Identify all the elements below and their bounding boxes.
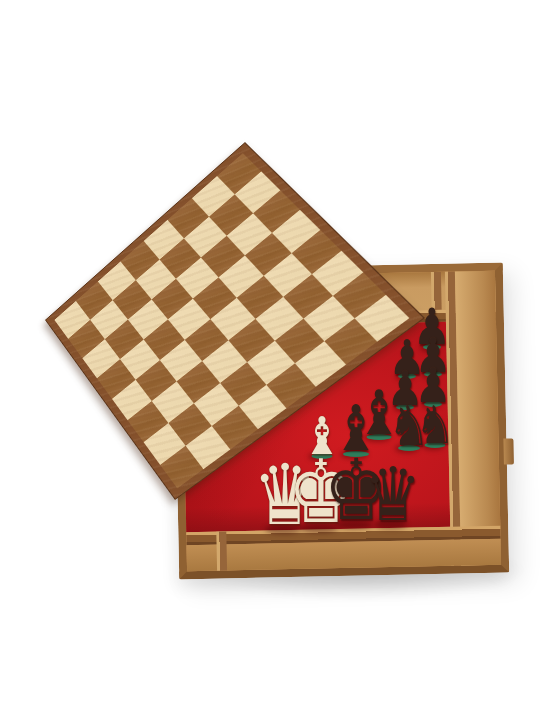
- tray-piece-dark-queen: ♛: [365, 457, 421, 531]
- chess-set-product-photo: ♟♟♟♟♟♝♝♝♞♞♛♚♚♛: [0, 0, 540, 720]
- tray-piece-dark-knight-2: ♞: [415, 399, 455, 451]
- piece-tray: ♟♟♟♟♟♝♝♝♞♞♛♚♚♛: [0, 0, 540, 720]
